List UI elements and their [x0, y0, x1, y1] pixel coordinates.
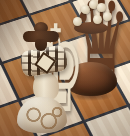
king-finial-stem — [35, 39, 47, 51]
queen-crown-ball — [93, 15, 102, 24]
king-finial-ornament — [28, 22, 54, 50]
chessboard-photo-stage: ♛ ♚ — [0, 0, 130, 136]
queen-crown-ball — [97, 3, 106, 12]
white-king-piece[interactable]: ♚ — [8, 14, 88, 136]
queen-crown-ball — [103, 12, 112, 21]
king-base-swirls — [21, 103, 63, 129]
king-neck — [33, 74, 59, 100]
